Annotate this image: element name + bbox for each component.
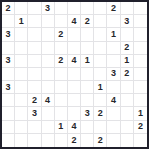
cell-r10c10[interactable] xyxy=(134,134,147,147)
clue-digit: 4 xyxy=(71,17,76,26)
cell-r5c10[interactable] xyxy=(134,68,147,81)
cell-r9c1[interactable] xyxy=(15,121,28,134)
cell-r10c9[interactable] xyxy=(121,134,134,147)
cell-r0c0: 2 xyxy=(2,2,15,15)
clue-digit: 1 xyxy=(138,109,143,118)
cell-r10c0[interactable] xyxy=(2,134,15,147)
cell-r6c2[interactable] xyxy=(28,81,41,94)
cell-r6c1[interactable] xyxy=(15,81,28,94)
clue-digit: 2 xyxy=(6,4,11,13)
cell-r2c1[interactable] xyxy=(15,28,28,41)
cell-r5c2[interactable] xyxy=(28,68,41,81)
cell-r3c3[interactable] xyxy=(42,42,55,55)
clue-digit: 1 xyxy=(98,83,103,92)
cell-r7c2: 2 xyxy=(28,94,41,107)
cell-r5c6[interactable] xyxy=(81,68,94,81)
clue-digit: 2 xyxy=(32,96,37,105)
cell-r4c4: 2 xyxy=(55,55,68,68)
cell-r0c1[interactable] xyxy=(15,2,28,15)
cell-r8c0[interactable] xyxy=(2,107,15,120)
cell-r10c6[interactable] xyxy=(81,134,94,147)
clue-digit: 2 xyxy=(138,122,143,131)
cell-r1c8[interactable] xyxy=(107,15,120,28)
cell-r10c1[interactable] xyxy=(15,134,28,147)
cell-r3c8[interactable] xyxy=(107,42,120,55)
cell-r7c8: 4 xyxy=(107,94,120,107)
clue-digit: 2 xyxy=(85,17,90,26)
cell-r3c6[interactable] xyxy=(81,42,94,55)
cell-r4c0: 3 xyxy=(2,55,15,68)
cell-r7c4[interactable] xyxy=(55,94,68,107)
cell-r8c9[interactable] xyxy=(121,107,134,120)
cell-r6c5[interactable] xyxy=(68,81,81,94)
cell-r7c3: 4 xyxy=(42,94,55,107)
clue-digit: 2 xyxy=(58,56,63,65)
clue-digit: 4 xyxy=(111,96,116,105)
puzzle-screenshot: 23214233212324113231244332114222 xyxy=(0,0,150,150)
cell-r7c9[interactable] xyxy=(121,94,134,107)
cell-r5c4[interactable] xyxy=(55,68,68,81)
cell-r6c8[interactable] xyxy=(107,81,120,94)
cell-r4c8[interactable] xyxy=(107,55,120,68)
cell-r7c1[interactable] xyxy=(15,94,28,107)
clue-digit: 1 xyxy=(58,122,63,131)
cell-r6c4[interactable] xyxy=(55,81,68,94)
cell-r0c3: 3 xyxy=(42,2,55,15)
cell-r3c1[interactable] xyxy=(15,42,28,55)
cell-r8c10: 1 xyxy=(134,107,147,120)
cell-r8c5[interactable] xyxy=(68,107,81,120)
cell-r10c5: 2 xyxy=(68,134,81,147)
cell-r0c2[interactable] xyxy=(28,2,41,15)
cell-r2c7[interactable] xyxy=(94,28,107,41)
cell-r4c3[interactable] xyxy=(42,55,55,68)
cell-r5c0[interactable] xyxy=(2,68,15,81)
cell-r1c1: 1 xyxy=(15,15,28,28)
cell-r2c10[interactable] xyxy=(134,28,147,41)
cell-r9c8[interactable] xyxy=(107,121,120,134)
cell-r3c9: 2 xyxy=(121,42,134,55)
cell-r9c5: 4 xyxy=(68,121,81,134)
cell-r1c7[interactable] xyxy=(94,15,107,28)
cell-r0c4[interactable] xyxy=(55,2,68,15)
cell-r8c2: 3 xyxy=(28,107,41,120)
clue-digit: 1 xyxy=(124,56,129,65)
cell-r10c2[interactable] xyxy=(28,134,41,147)
cell-r5c8: 3 xyxy=(107,68,120,81)
cell-r0c9[interactable] xyxy=(121,2,134,15)
cell-r1c3[interactable] xyxy=(42,15,55,28)
cell-r5c9: 2 xyxy=(121,68,134,81)
cell-r6c9[interactable] xyxy=(121,81,134,94)
cell-r4c6: 1 xyxy=(81,55,94,68)
clue-digit: 2 xyxy=(98,136,103,145)
cell-r8c4[interactable] xyxy=(55,107,68,120)
cell-r9c4: 1 xyxy=(55,121,68,134)
cell-r1c9: 3 xyxy=(121,15,134,28)
cell-r9c3[interactable] xyxy=(42,121,55,134)
clue-digit: 1 xyxy=(19,17,24,26)
cell-r9c7[interactable] xyxy=(94,121,107,134)
cell-r8c7: 2 xyxy=(94,107,107,120)
cell-r3c0[interactable] xyxy=(2,42,15,55)
clue-digit: 2 xyxy=(71,136,76,145)
cell-r0c5[interactable] xyxy=(68,2,81,15)
cell-r3c7[interactable] xyxy=(94,42,107,55)
cell-r1c2[interactable] xyxy=(28,15,41,28)
cell-r10c3[interactable] xyxy=(42,134,55,147)
cell-r6c0: 3 xyxy=(2,81,15,94)
clue-digit: 3 xyxy=(32,109,37,118)
cell-r4c7[interactable] xyxy=(94,55,107,68)
cell-r0c6[interactable] xyxy=(81,2,94,15)
cell-r7c10[interactable] xyxy=(134,94,147,107)
clue-digit: 3 xyxy=(6,56,11,65)
cell-r5c7[interactable] xyxy=(94,68,107,81)
cell-r0c7[interactable] xyxy=(94,2,107,15)
clue-digit: 4 xyxy=(71,56,76,65)
cell-r1c4[interactable] xyxy=(55,15,68,28)
clue-digit: 2 xyxy=(58,30,63,39)
cell-r8c6: 3 xyxy=(81,107,94,120)
cell-r3c2[interactable] xyxy=(28,42,41,55)
cell-r2c5[interactable] xyxy=(68,28,81,41)
cell-r8c8[interactable] xyxy=(107,107,120,120)
cell-r6c3[interactable] xyxy=(42,81,55,94)
cell-r7c6[interactable] xyxy=(81,94,94,107)
cell-r1c5: 4 xyxy=(68,15,81,28)
cell-r4c10[interactable] xyxy=(134,55,147,68)
clue-digit: 1 xyxy=(85,56,90,65)
clue-digit: 2 xyxy=(124,43,129,52)
cell-r9c9[interactable] xyxy=(121,121,134,134)
cell-r4c1[interactable] xyxy=(15,55,28,68)
cell-r9c6[interactable] xyxy=(81,121,94,134)
cell-r10c7: 2 xyxy=(94,134,107,147)
clue-digit: 3 xyxy=(6,30,11,39)
cell-r4c5: 4 xyxy=(68,55,81,68)
cell-r2c0: 3 xyxy=(2,28,15,41)
cell-r5c1[interactable] xyxy=(15,68,28,81)
clue-digit: 2 xyxy=(124,69,129,78)
cell-r6c7: 1 xyxy=(94,81,107,94)
cell-r1c10[interactable] xyxy=(134,15,147,28)
cell-r1c6: 2 xyxy=(81,15,94,28)
cell-r5c3[interactable] xyxy=(42,68,55,81)
clue-digit: 3 xyxy=(45,4,50,13)
clue-digit: 2 xyxy=(98,109,103,118)
clue-digit: 3 xyxy=(85,109,90,118)
cell-r3c4[interactable] xyxy=(55,42,68,55)
cell-r9c10: 2 xyxy=(134,121,147,134)
cell-r2c9[interactable] xyxy=(121,28,134,41)
cell-r2c8: 1 xyxy=(107,28,120,41)
cell-r2c4: 2 xyxy=(55,28,68,41)
clue-digit: 2 xyxy=(111,4,116,13)
cell-r9c0[interactable] xyxy=(2,121,15,134)
cell-r7c0[interactable] xyxy=(2,94,15,107)
clue-digit: 3 xyxy=(124,17,129,26)
puzzle-board: 23214233212324113231244332114222 xyxy=(0,0,149,149)
cell-r4c2[interactable] xyxy=(28,55,41,68)
clue-digit: 4 xyxy=(71,122,76,131)
cell-r6c10[interactable] xyxy=(134,81,147,94)
clue-digit: 3 xyxy=(111,69,116,78)
cell-r1c0[interactable] xyxy=(2,15,15,28)
cell-r2c6[interactable] xyxy=(81,28,94,41)
cell-r3c10[interactable] xyxy=(134,42,147,55)
cell-r2c2[interactable] xyxy=(28,28,41,41)
cell-r7c5[interactable] xyxy=(68,94,81,107)
cell-r10c4[interactable] xyxy=(55,134,68,147)
cell-r0c10[interactable] xyxy=(134,2,147,15)
cell-r9c2[interactable] xyxy=(28,121,41,134)
cell-r8c1[interactable] xyxy=(15,107,28,120)
cell-r8c3[interactable] xyxy=(42,107,55,120)
cell-r6c6[interactable] xyxy=(81,81,94,94)
cell-r2c3[interactable] xyxy=(42,28,55,41)
cell-r10c8[interactable] xyxy=(107,134,120,147)
cell-r0c8: 2 xyxy=(107,2,120,15)
cell-r3c5[interactable] xyxy=(68,42,81,55)
clue-digit: 3 xyxy=(6,83,11,92)
clue-digit: 4 xyxy=(45,96,50,105)
cell-r4c9: 1 xyxy=(121,55,134,68)
cell-r5c5[interactable] xyxy=(68,68,81,81)
clue-digit: 1 xyxy=(111,30,116,39)
cell-r7c7[interactable] xyxy=(94,94,107,107)
